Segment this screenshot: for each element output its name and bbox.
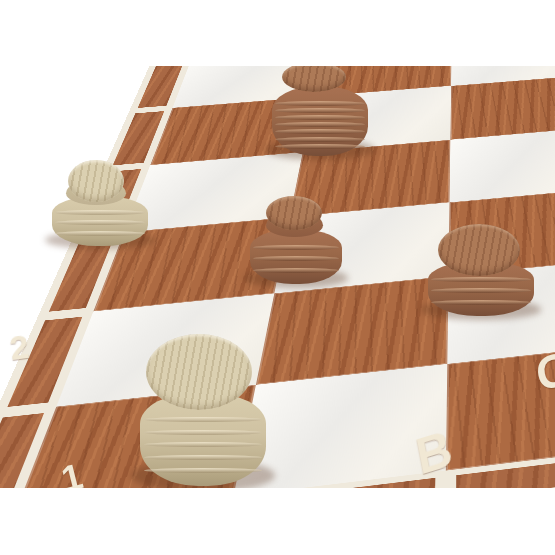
board-photo: 2 1 B C bbox=[0, 0, 555, 555]
piece-groove bbox=[431, 288, 531, 293]
piece-dark-b4-stack4 bbox=[272, 66, 368, 156]
piece-groove bbox=[275, 115, 365, 120]
piece-groove bbox=[253, 245, 339, 250]
piece-side bbox=[250, 229, 342, 284]
piece-groove bbox=[275, 122, 365, 127]
piece-groove bbox=[431, 277, 531, 282]
piece-groove bbox=[431, 300, 531, 305]
piece-groove bbox=[144, 455, 262, 460]
piece-groove bbox=[55, 231, 145, 236]
piece-groove bbox=[253, 256, 339, 261]
piece-top-face bbox=[68, 160, 124, 202]
piece-dark-b2 bbox=[250, 196, 342, 284]
piece-groove bbox=[275, 129, 365, 134]
piece-groove bbox=[55, 210, 145, 215]
piece-groove bbox=[253, 268, 339, 273]
piece-groove bbox=[275, 137, 365, 142]
piece-groove bbox=[144, 430, 262, 435]
mat-viewport: 2 1 B C bbox=[0, 66, 555, 488]
piece-groove bbox=[144, 442, 262, 447]
piece-top-face bbox=[438, 224, 520, 276]
piece-light-a3 bbox=[52, 160, 148, 246]
piece-groove bbox=[144, 417, 262, 422]
piece-side bbox=[272, 86, 368, 156]
piece-light-a1-stack3 bbox=[140, 334, 266, 486]
piece-groove bbox=[144, 468, 262, 473]
square-c5 bbox=[450, 75, 555, 139]
piece-top-face bbox=[266, 196, 322, 230]
piece-groove bbox=[275, 144, 365, 149]
piece-dark-c1 bbox=[428, 224, 534, 316]
square-c4 bbox=[450, 128, 555, 203]
rank-label-2: 2 bbox=[8, 331, 31, 366]
piece-groove bbox=[275, 101, 365, 106]
piece-groove bbox=[55, 220, 145, 225]
piece-top-face bbox=[146, 334, 252, 410]
piece-groove bbox=[275, 108, 365, 113]
